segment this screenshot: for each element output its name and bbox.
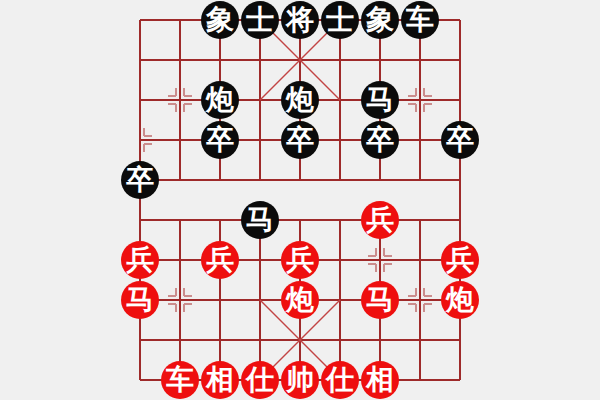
piece-red-general[interactable]: 帅: [281, 361, 319, 399]
piece-black-soldier[interactable]: 卒: [281, 121, 319, 159]
piece-black-elephant[interactable]: 象: [201, 1, 239, 39]
piece-red-elephant[interactable]: 相: [361, 361, 399, 399]
piece-black-cannon[interactable]: 炮: [201, 81, 239, 119]
piece-black-horse[interactable]: 马: [241, 201, 279, 239]
piece-black-advisor[interactable]: 士: [241, 1, 279, 39]
piece-red-soldier[interactable]: 兵: [361, 201, 399, 239]
piece-red-cannon[interactable]: 炮: [281, 281, 319, 319]
piece-black-soldier[interactable]: 卒: [201, 121, 239, 159]
piece-red-advisor[interactable]: 仕: [241, 361, 279, 399]
piece-red-horse[interactable]: 马: [361, 281, 399, 319]
piece-red-elephant[interactable]: 相: [201, 361, 239, 399]
piece-black-advisor[interactable]: 士: [321, 1, 359, 39]
piece-red-chariot[interactable]: 车: [161, 361, 199, 399]
piece-red-soldier[interactable]: 兵: [201, 241, 239, 279]
piece-black-soldier[interactable]: 卒: [441, 121, 479, 159]
xiangqi-app-screen: 象士将士象车炮炮马卒卒卒卒卒马兵兵兵兵兵马炮马炮车相仕帅仕相: [0, 0, 600, 400]
piece-black-chariot[interactable]: 车: [401, 1, 439, 39]
xiangqi-piece-grid: 象士将士象车炮炮马卒卒卒卒卒马兵兵兵兵兵马炮马炮车相仕帅仕相: [120, 0, 480, 400]
piece-red-soldier[interactable]: 兵: [441, 241, 479, 279]
piece-black-horse[interactable]: 马: [361, 81, 399, 119]
piece-black-cannon[interactable]: 炮: [281, 81, 319, 119]
piece-black-soldier[interactable]: 卒: [121, 161, 159, 199]
piece-black-soldier[interactable]: 卒: [361, 121, 399, 159]
piece-red-soldier[interactable]: 兵: [281, 241, 319, 279]
piece-red-soldier[interactable]: 兵: [121, 241, 159, 279]
piece-red-horse[interactable]: 马: [121, 281, 159, 319]
piece-black-general[interactable]: 将: [281, 1, 319, 39]
piece-red-cannon[interactable]: 炮: [441, 281, 479, 319]
piece-black-elephant[interactable]: 象: [361, 1, 399, 39]
piece-red-advisor[interactable]: 仕: [321, 361, 359, 399]
